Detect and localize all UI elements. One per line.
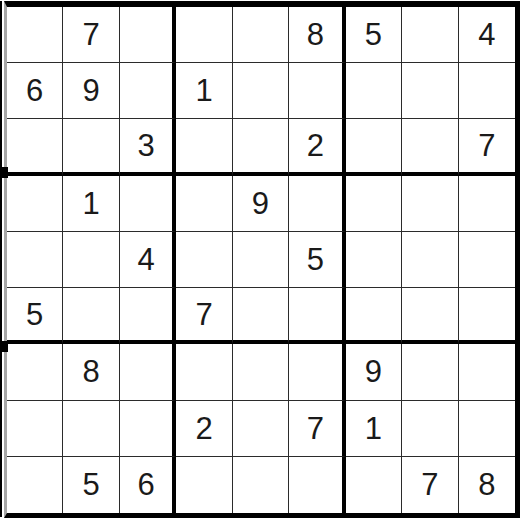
cell-r2c3[interactable] — [120, 63, 176, 119]
cell-r3c6[interactable]: 2 — [289, 119, 345, 175]
cell-r2c6[interactable] — [289, 63, 345, 119]
cell-r3c4[interactable] — [176, 119, 232, 175]
cell-r2c2[interactable]: 9 — [63, 63, 119, 119]
cell-r2c9[interactable] — [459, 63, 515, 119]
cell-r3c7[interactable] — [346, 119, 402, 175]
cell-r9c6[interactable] — [289, 457, 345, 513]
cell-r5c6[interactable]: 5 — [289, 232, 345, 288]
sudoku-board: 7854691327194557892715678 — [0, 0, 520, 518]
cell-r6c9[interactable] — [459, 288, 515, 344]
cell-r5c9[interactable] — [459, 232, 515, 288]
cell-r9c4[interactable] — [176, 457, 232, 513]
left-border-notch — [2, 167, 8, 178]
cell-r9c5[interactable] — [233, 457, 289, 513]
cell-r2c7[interactable] — [346, 63, 402, 119]
cell-r9c1[interactable] — [7, 457, 63, 513]
cell-r2c8[interactable] — [402, 63, 458, 119]
cell-r8c4[interactable]: 2 — [176, 401, 232, 457]
cell-r4c9[interactable] — [459, 176, 515, 232]
cell-r7c5[interactable] — [233, 344, 289, 400]
cell-r5c2[interactable] — [63, 232, 119, 288]
cell-r4c2[interactable]: 1 — [63, 176, 119, 232]
cell-r5c7[interactable] — [346, 232, 402, 288]
cell-r1c6[interactable]: 8 — [289, 7, 345, 63]
cell-r2c4[interactable]: 1 — [176, 63, 232, 119]
cell-r8c9[interactable] — [459, 401, 515, 457]
cell-r5c1[interactable] — [7, 232, 63, 288]
cell-r4c5[interactable]: 9 — [233, 176, 289, 232]
cell-r6c7[interactable] — [346, 288, 402, 344]
cell-r3c1[interactable] — [7, 119, 63, 175]
sudoku-grid: 7854691327194557892715678 — [4, 1, 520, 518]
cell-r8c3[interactable] — [120, 401, 176, 457]
cell-r7c7[interactable]: 9 — [346, 344, 402, 400]
cell-r6c5[interactable] — [233, 288, 289, 344]
cell-r1c3[interactable] — [120, 7, 176, 63]
cell-r1c9[interactable]: 4 — [459, 7, 515, 63]
cell-r9c7[interactable] — [346, 457, 402, 513]
cell-r9c8[interactable]: 7 — [402, 457, 458, 513]
cell-r1c8[interactable] — [402, 7, 458, 63]
left-border-notch — [2, 341, 8, 352]
cell-r7c8[interactable] — [402, 344, 458, 400]
cell-r3c3[interactable]: 3 — [120, 119, 176, 175]
cell-r6c4[interactable]: 7 — [176, 288, 232, 344]
cell-r4c6[interactable] — [289, 176, 345, 232]
cell-r6c3[interactable] — [120, 288, 176, 344]
cell-r8c1[interactable] — [7, 401, 63, 457]
cell-r4c7[interactable] — [346, 176, 402, 232]
cell-r7c6[interactable] — [289, 344, 345, 400]
cell-r8c8[interactable] — [402, 401, 458, 457]
cell-r4c8[interactable] — [402, 176, 458, 232]
cell-r6c8[interactable] — [402, 288, 458, 344]
cell-r3c9[interactable]: 7 — [459, 119, 515, 175]
cell-r7c1[interactable] — [7, 344, 63, 400]
left-border-line — [0, 1, 2, 517]
cell-r6c2[interactable] — [63, 288, 119, 344]
cell-r4c3[interactable] — [120, 176, 176, 232]
cell-r2c1[interactable]: 6 — [7, 63, 63, 119]
cell-r1c4[interactable] — [176, 7, 232, 63]
cell-r4c1[interactable] — [7, 176, 63, 232]
cell-r7c2[interactable]: 8 — [63, 344, 119, 400]
cell-r1c2[interactable]: 7 — [63, 7, 119, 63]
cell-r6c6[interactable] — [289, 288, 345, 344]
cell-r3c2[interactable] — [63, 119, 119, 175]
cell-r5c3[interactable]: 4 — [120, 232, 176, 288]
cell-r3c8[interactable] — [402, 119, 458, 175]
cell-r1c5[interactable] — [233, 7, 289, 63]
cell-r9c9[interactable]: 8 — [459, 457, 515, 513]
cell-r5c5[interactable] — [233, 232, 289, 288]
cell-r8c2[interactable] — [63, 401, 119, 457]
cell-r1c1[interactable] — [7, 7, 63, 63]
cell-r1c7[interactable]: 5 — [346, 7, 402, 63]
cell-r9c2[interactable]: 5 — [63, 457, 119, 513]
cell-r6c1[interactable]: 5 — [7, 288, 63, 344]
cell-r2c5[interactable] — [233, 63, 289, 119]
cell-r3c5[interactable] — [233, 119, 289, 175]
cell-r7c3[interactable] — [120, 344, 176, 400]
cell-r9c3[interactable]: 6 — [120, 457, 176, 513]
cell-r8c5[interactable] — [233, 401, 289, 457]
cell-r5c4[interactable] — [176, 232, 232, 288]
cell-r8c6[interactable]: 7 — [289, 401, 345, 457]
cell-r8c7[interactable]: 1 — [346, 401, 402, 457]
cell-r7c4[interactable] — [176, 344, 232, 400]
cell-r7c9[interactable] — [459, 344, 515, 400]
cell-r5c8[interactable] — [402, 232, 458, 288]
cell-r4c4[interactable] — [176, 176, 232, 232]
